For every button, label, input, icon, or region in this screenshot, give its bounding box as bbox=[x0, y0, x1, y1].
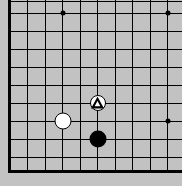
grid-line-vertical bbox=[62, 0, 63, 171]
grid-line-vertical bbox=[150, 0, 151, 171]
grid-line-horizontal bbox=[9, 49, 182, 50]
grid-line-horizontal bbox=[9, 67, 182, 68]
board-edge-bottom bbox=[8, 170, 183, 173]
star-point bbox=[165, 11, 170, 16]
stone-white-triangle-marked[interactable] bbox=[90, 95, 106, 111]
grid-line-horizontal-cropped bbox=[9, 1, 182, 2]
grid-line-horizontal bbox=[9, 31, 182, 32]
grid-line-vertical bbox=[27, 0, 28, 171]
grid-line-horizontal bbox=[9, 13, 182, 14]
star-point bbox=[60, 11, 65, 16]
stone-black[interactable] bbox=[89, 131, 106, 148]
grid-line-vertical bbox=[45, 0, 46, 171]
stone-white[interactable] bbox=[54, 113, 71, 130]
go-diagram-screenshot bbox=[0, 0, 182, 186]
star-point bbox=[165, 119, 170, 124]
board-edge-left bbox=[8, 0, 11, 173]
go-board[interactable] bbox=[0, 0, 182, 186]
grid-line-vertical bbox=[115, 0, 116, 171]
grid-line-vertical bbox=[80, 0, 81, 171]
grid-line-horizontal bbox=[9, 85, 182, 86]
grid-line-horizontal bbox=[9, 157, 182, 158]
grid-line-vertical bbox=[167, 0, 168, 171]
grid-line-vertical bbox=[132, 0, 133, 171]
grid-line-horizontal bbox=[9, 121, 182, 122]
triangle-mark-icon bbox=[91, 96, 105, 110]
